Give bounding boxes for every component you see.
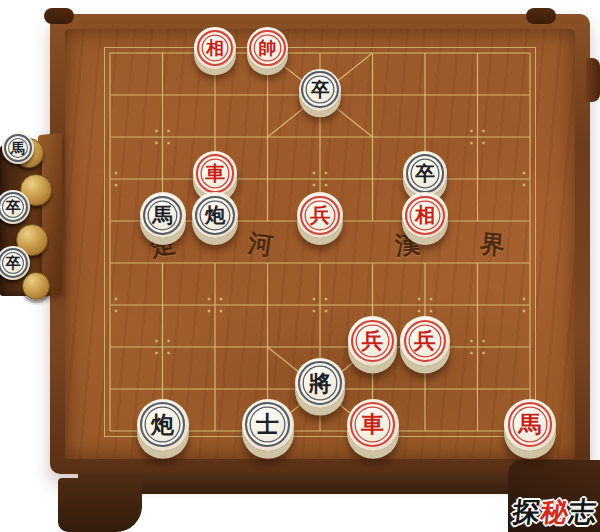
piece-black-horse[interactable]: 馬 <box>140 192 186 238</box>
piece-character: 士 <box>256 413 279 436</box>
captured-piece-black[interactable]: 卒 <box>0 190 30 224</box>
watermark-char: 秘 <box>539 496 570 527</box>
piece-red-chariot[interactable]: 車 <box>347 399 399 451</box>
piece-ring: 炮 <box>140 402 185 447</box>
piece-ring: 馬 <box>4 134 33 163</box>
piece-ring: 兵 <box>300 196 340 236</box>
piece-black-soldier[interactable]: 卒 <box>403 151 448 196</box>
pieces-layer: 相帥卒車卒馬炮兵相兵兵將炮士車馬 <box>0 0 600 532</box>
piece-character: 相 <box>415 205 435 225</box>
piece-black-soldier[interactable]: 卒 <box>299 69 341 111</box>
piece-character: 兵 <box>362 330 384 352</box>
piece-character: 馬 <box>519 413 542 436</box>
piece-character: 炮 <box>151 413 174 436</box>
piece-character: 將 <box>309 372 331 394</box>
piece-character: 兵 <box>310 205 330 225</box>
piece-ring: 相 <box>197 30 233 66</box>
piece-character: 卒 <box>311 81 330 100</box>
piece-red-elephant[interactable]: 相 <box>194 27 235 68</box>
piece-character: 帥 <box>258 39 276 57</box>
piece-character: 卒 <box>6 256 21 271</box>
piece-ring: 將 <box>298 361 342 405</box>
watermark-logo: 探秘志 <box>511 494 599 530</box>
piece-character: 馬 <box>11 141 25 155</box>
piece-character: 馬 <box>152 205 172 225</box>
piece-ring: 炮 <box>195 196 235 236</box>
piece-red-horse[interactable]: 馬 <box>504 399 556 451</box>
piece-ring: 馬 <box>143 196 183 236</box>
piece-character: 車 <box>361 413 384 436</box>
piece-red-soldier[interactable]: 兵 <box>297 192 343 238</box>
piece-red-elephant[interactable]: 相 <box>402 192 448 238</box>
piece-ring: 卒 <box>301 71 338 108</box>
piece-red-soldier[interactable]: 兵 <box>348 316 398 366</box>
piece-ring: 兵 <box>351 320 394 363</box>
piece-ring: 卒 <box>0 192 28 223</box>
piece-black-advisor[interactable]: 士 <box>242 399 294 451</box>
captured-pieces-drawer[interactable]: 馬卒卒 <box>0 130 66 304</box>
piece-ring: 卒 <box>406 154 445 193</box>
piece-character: 卒 <box>415 164 435 184</box>
piece-ring: 帥 <box>249 30 285 66</box>
piece-ring: 卒 <box>0 248 28 279</box>
drawer-box: 馬卒卒 <box>0 146 42 296</box>
piece-character: 炮 <box>205 205 225 225</box>
watermark-char: 探 <box>511 496 542 527</box>
piece-red-general[interactable]: 帥 <box>247 27 288 68</box>
piece-character: 卒 <box>6 200 21 215</box>
piece-character: 兵 <box>414 330 436 352</box>
piece-ring: 車 <box>196 154 235 193</box>
captured-piece-facedown[interactable] <box>22 272 50 300</box>
watermark-char: 志 <box>567 496 598 527</box>
piece-black-cannon[interactable]: 炮 <box>137 399 189 451</box>
piece-ring: 馬 <box>508 402 553 447</box>
photo-root: 楚河漢界 相帥卒車卒馬炮兵相兵兵將炮士車馬 馬卒卒 探秘志 <box>0 0 600 532</box>
table-apron <box>78 472 538 494</box>
piece-red-soldier[interactable]: 兵 <box>400 316 450 366</box>
piece-ring: 相 <box>405 196 445 236</box>
piece-black-cannon[interactable]: 炮 <box>192 192 238 238</box>
piece-character: 相 <box>206 39 224 57</box>
piece-ring: 士 <box>245 402 290 447</box>
piece-ring: 兵 <box>404 320 447 363</box>
piece-red-chariot[interactable]: 車 <box>193 151 238 196</box>
piece-black-general[interactable]: 將 <box>295 358 346 409</box>
table-leg-left <box>58 478 142 532</box>
captured-piece-black[interactable]: 馬 <box>2 132 34 164</box>
piece-ring: 車 <box>350 402 395 447</box>
piece-character: 車 <box>205 164 225 184</box>
